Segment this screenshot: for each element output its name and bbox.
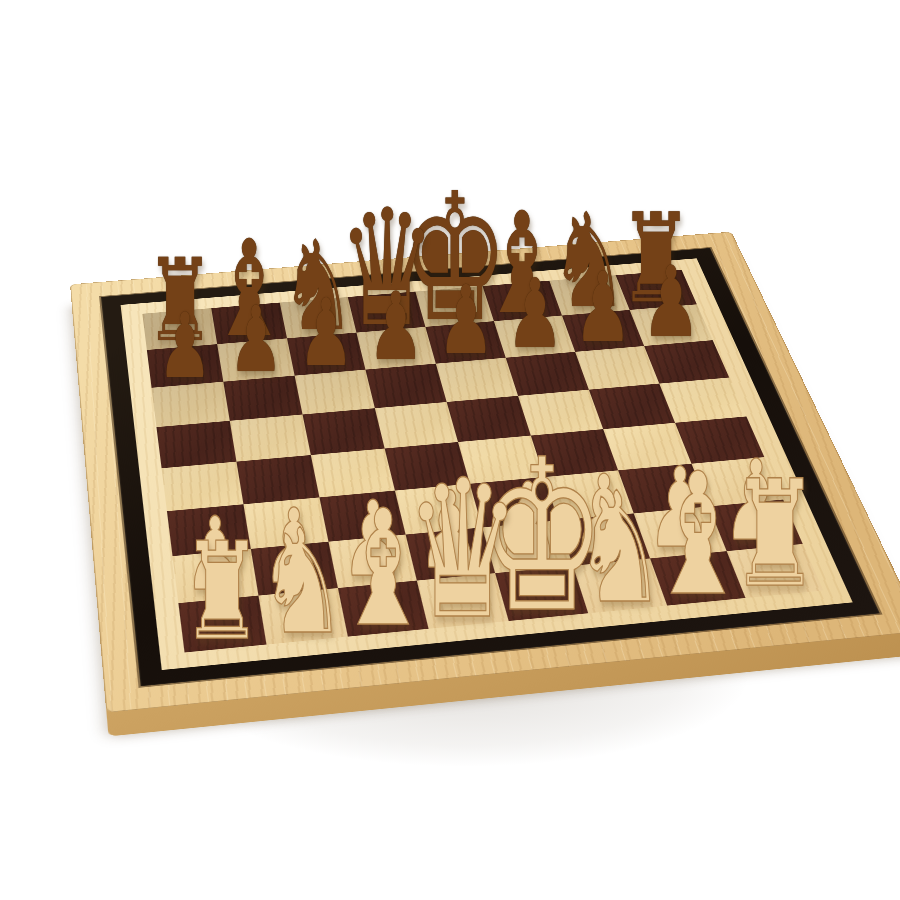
- piece-black-pawn[interactable]: ♟: [505, 266, 564, 362]
- piece-black-pawn[interactable]: ♟: [367, 280, 424, 374]
- square-c5[interactable]: [303, 408, 385, 455]
- product-photo-scene: ♜♝♞♛♚♝♞♜♟♟♟♟♟♟♟♟♟♟♟♟♟♟♟♟♜♞♝♛♚♞♝♜: [0, 0, 900, 900]
- piece-white-rook[interactable]: ♜: [182, 526, 264, 660]
- piece-black-pawn[interactable]: ♟: [641, 253, 701, 351]
- piece-black-pawn[interactable]: ♟: [228, 294, 283, 385]
- piece-black-pawn[interactable]: ♟: [298, 286, 355, 379]
- piece-black-pawn[interactable]: ♟: [573, 260, 632, 357]
- piece-white-bishop[interactable]: ♝: [334, 489, 432, 649]
- square-b5[interactable]: [230, 414, 311, 461]
- square-a5[interactable]: [156, 421, 236, 468]
- piece-white-knight[interactable]: ♞: [259, 509, 347, 654]
- piece-black-pawn[interactable]: ♟: [437, 273, 495, 368]
- piece-black-pawn[interactable]: ♟: [158, 301, 213, 391]
- square-h5[interactable]: [659, 378, 746, 423]
